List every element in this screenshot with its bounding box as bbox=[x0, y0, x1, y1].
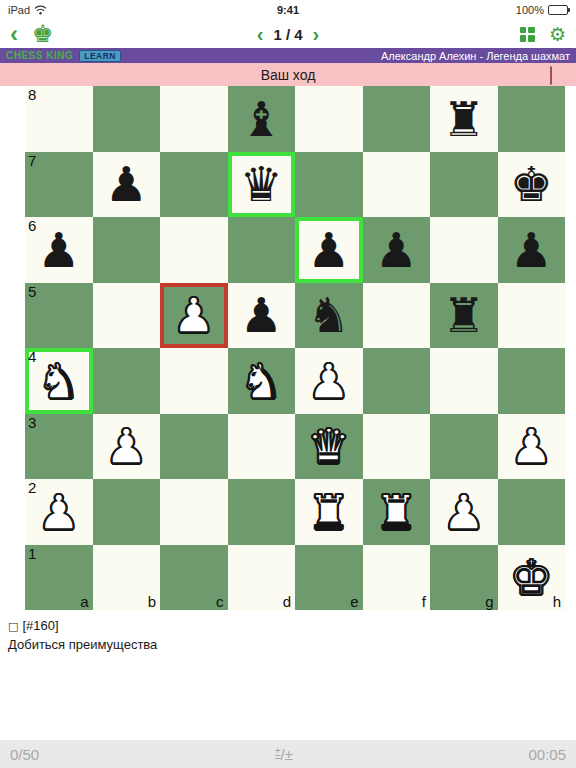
page-indicator: 1 / 4 bbox=[273, 26, 302, 43]
square-e8[interactable] bbox=[295, 86, 363, 152]
brand-bar: CHESS KING LEARN Александр Алехин - Леге… bbox=[0, 48, 576, 63]
square-c6[interactable] bbox=[160, 217, 228, 283]
piece-black-knight: ♞ bbox=[307, 285, 350, 345]
battery-icon bbox=[548, 5, 568, 15]
settings-gear-button[interactable]: ⚙ bbox=[549, 25, 566, 44]
square-f3[interactable] bbox=[363, 414, 431, 480]
battery-percent: 100% bbox=[516, 4, 544, 16]
square-a7[interactable]: 7 bbox=[25, 152, 93, 218]
rank-label-7: 7 bbox=[28, 152, 36, 169]
square-a3[interactable]: 3 bbox=[25, 414, 93, 480]
rank-label-4: 4 bbox=[28, 348, 36, 365]
rank-label-3: 3 bbox=[28, 414, 36, 431]
square-f4[interactable] bbox=[363, 348, 431, 414]
your-move-label: Ваш ход bbox=[261, 67, 316, 83]
square-d2[interactable] bbox=[228, 479, 296, 545]
square-g6[interactable] bbox=[430, 217, 498, 283]
chess-king-logo-icon[interactable]: ♚ bbox=[32, 22, 54, 46]
file-label-c: c bbox=[216, 593, 224, 610]
elapsed-time: 00:05 bbox=[528, 746, 566, 763]
square-f2[interactable]: ♜ bbox=[363, 479, 431, 545]
square-h7[interactable]: ♚ bbox=[498, 152, 566, 218]
board-area: 8♝♜7♟♛♚6♟♟♟♟5♟♟♞♜4♞♞♟3♟♛♟2♟♜♜♟1abcdefgh♚ bbox=[0, 86, 576, 610]
square-a4[interactable]: 4♞ bbox=[25, 348, 93, 414]
square-b2[interactable] bbox=[93, 479, 161, 545]
square-f6[interactable]: ♟ bbox=[363, 217, 431, 283]
next-page-button[interactable]: › bbox=[313, 24, 320, 44]
piece-white-knight: ♞ bbox=[37, 351, 80, 411]
computer-play-icon[interactable] bbox=[550, 67, 568, 79]
rank-label-1: 1 bbox=[28, 545, 36, 562]
square-g5[interactable]: ♜ bbox=[430, 283, 498, 349]
square-b1[interactable]: b bbox=[93, 545, 161, 611]
square-d6[interactable] bbox=[228, 217, 296, 283]
file-label-d: d bbox=[283, 593, 291, 610]
progress-counter: 0/50 bbox=[10, 746, 39, 763]
status-bar: iPad 9:41 100% bbox=[0, 0, 576, 20]
square-e2[interactable]: ♜ bbox=[295, 479, 363, 545]
square-d1[interactable]: d bbox=[228, 545, 296, 611]
square-c3[interactable] bbox=[160, 414, 228, 480]
piece-black-pawn: ♟ bbox=[510, 220, 553, 280]
square-h1[interactable]: h♚ bbox=[498, 545, 566, 611]
square-e5[interactable]: ♞ bbox=[295, 283, 363, 349]
square-h6[interactable]: ♟ bbox=[498, 217, 566, 283]
rank-label-2: 2 bbox=[28, 479, 36, 496]
square-f5[interactable] bbox=[363, 283, 431, 349]
piece-white-pawn: ♟ bbox=[105, 416, 148, 476]
piece-white-pawn: ♟ bbox=[172, 285, 215, 345]
square-b5[interactable] bbox=[93, 283, 161, 349]
piece-white-pawn: ♟ bbox=[442, 482, 485, 542]
spacer bbox=[0, 654, 576, 740]
square-h3[interactable]: ♟ bbox=[498, 414, 566, 480]
rank-label-8: 8 bbox=[28, 86, 36, 103]
square-g2[interactable]: ♟ bbox=[430, 479, 498, 545]
piece-white-rook: ♜ bbox=[307, 482, 350, 542]
piece-white-pawn: ♟ bbox=[307, 351, 350, 411]
chess-king-app: iPad 9:41 100% ‹ ♚ ‹ 1 / 4 › ⚙ bbox=[0, 0, 576, 768]
square-f1[interactable]: f bbox=[363, 545, 431, 611]
piece-white-pawn: ♟ bbox=[37, 482, 80, 542]
square-g4[interactable] bbox=[430, 348, 498, 414]
square-a1[interactable]: 1a bbox=[25, 545, 93, 611]
square-d4[interactable]: ♞ bbox=[228, 348, 296, 414]
piece-black-pawn: ♟ bbox=[240, 285, 283, 345]
chess-board: 8♝♜7♟♛♚6♟♟♟♟5♟♟♞♜4♞♞♟3♟♛♟2♟♜♜♟1abcdefgh♚ bbox=[25, 86, 565, 610]
square-h8[interactable] bbox=[498, 86, 566, 152]
piece-white-pawn: ♟ bbox=[510, 416, 553, 476]
square-b6[interactable] bbox=[93, 217, 161, 283]
evaluation-label: += /± bbox=[275, 746, 293, 763]
square-g3[interactable] bbox=[430, 414, 498, 480]
square-d3[interactable] bbox=[228, 414, 296, 480]
square-g7[interactable] bbox=[430, 152, 498, 218]
square-a6[interactable]: 6♟ bbox=[25, 217, 93, 283]
page-navigator: ‹ 1 / 4 › bbox=[0, 24, 576, 44]
puzzle-number-line: □[#160] bbox=[8, 617, 568, 636]
square-c1[interactable]: c bbox=[160, 545, 228, 611]
file-label-a: a bbox=[80, 593, 88, 610]
file-label-e: e bbox=[350, 593, 358, 610]
prev-page-button[interactable]: ‹ bbox=[257, 24, 264, 44]
piece-black-pawn: ♟ bbox=[307, 220, 350, 280]
piece-black-pawn: ♟ bbox=[37, 220, 80, 280]
piece-black-queen: ♛ bbox=[240, 154, 283, 214]
square-a2[interactable]: 2♟ bbox=[25, 479, 93, 545]
square-e6[interactable]: ♟ bbox=[295, 217, 363, 283]
square-g8[interactable]: ♜ bbox=[430, 86, 498, 152]
rank-label-6: 6 bbox=[28, 217, 36, 234]
square-b4[interactable] bbox=[93, 348, 161, 414]
square-e1[interactable]: e bbox=[295, 545, 363, 611]
app-name-label: CHESS KING bbox=[6, 50, 73, 61]
square-a8[interactable]: 8 bbox=[25, 86, 93, 152]
square-c7[interactable] bbox=[160, 152, 228, 218]
piece-black-pawn: ♟ bbox=[105, 154, 148, 214]
square-f8[interactable] bbox=[363, 86, 431, 152]
clock-time: 9:41 bbox=[277, 4, 299, 16]
your-move-banner: Ваш ход bbox=[0, 63, 576, 86]
square-e7[interactable] bbox=[295, 152, 363, 218]
square-e3[interactable]: ♛ bbox=[295, 414, 363, 480]
square-d5[interactable]: ♟ bbox=[228, 283, 296, 349]
square-h4[interactable] bbox=[498, 348, 566, 414]
piece-black-pawn: ♟ bbox=[375, 220, 418, 280]
wifi-icon bbox=[34, 5, 47, 15]
footer-bar: 0/50 += /± 00:05 bbox=[0, 740, 576, 768]
square-c8[interactable] bbox=[160, 86, 228, 152]
file-label-g: g bbox=[485, 593, 493, 610]
piece-black-bishop: ♝ bbox=[240, 89, 283, 149]
square-c4[interactable] bbox=[160, 348, 228, 414]
square-a5[interactable]: 5 bbox=[25, 283, 93, 349]
white-to-move-indicator: □ bbox=[8, 620, 18, 633]
square-e4[interactable]: ♟ bbox=[295, 348, 363, 414]
square-b3[interactable]: ♟ bbox=[93, 414, 161, 480]
piece-white-queen: ♛ bbox=[307, 416, 350, 476]
puzzle-caption: □[#160] Добиться преимущества bbox=[0, 610, 576, 654]
back-button[interactable]: ‹ bbox=[10, 23, 18, 45]
device-label: iPad bbox=[8, 4, 30, 16]
course-title: Александр Алехин - Легенда шахмат bbox=[381, 50, 570, 62]
file-label-h: h bbox=[553, 593, 561, 610]
file-label-b: b bbox=[148, 593, 156, 610]
square-h5[interactable] bbox=[498, 283, 566, 349]
square-b7[interactable]: ♟ bbox=[93, 152, 161, 218]
learn-badge: LEARN bbox=[79, 50, 121, 62]
nav-bar: ‹ ♚ ‹ 1 / 4 › ⚙ bbox=[0, 20, 576, 48]
square-h2[interactable] bbox=[498, 479, 566, 545]
puzzle-number: [#160] bbox=[22, 618, 58, 633]
piece-white-king: ♚ bbox=[510, 547, 553, 607]
piece-white-knight: ♞ bbox=[240, 351, 283, 411]
square-g1[interactable]: g bbox=[430, 545, 498, 611]
square-f7[interactable] bbox=[363, 152, 431, 218]
puzzle-task: Добиться преимущества bbox=[8, 636, 568, 654]
piece-black-rook: ♜ bbox=[442, 89, 485, 149]
piece-white-rook: ♜ bbox=[375, 482, 418, 542]
piece-black-rook: ♜ bbox=[442, 285, 485, 345]
square-c5[interactable]: ♟ bbox=[160, 283, 228, 349]
file-label-f: f bbox=[422, 593, 426, 610]
piece-black-king: ♚ bbox=[510, 154, 553, 214]
square-b8[interactable] bbox=[93, 86, 161, 152]
square-c2[interactable] bbox=[160, 479, 228, 545]
rank-label-5: 5 bbox=[28, 283, 36, 300]
square-d7[interactable]: ♛ bbox=[228, 152, 296, 218]
grid-view-button[interactable] bbox=[520, 27, 535, 42]
square-d8[interactable]: ♝ bbox=[228, 86, 296, 152]
